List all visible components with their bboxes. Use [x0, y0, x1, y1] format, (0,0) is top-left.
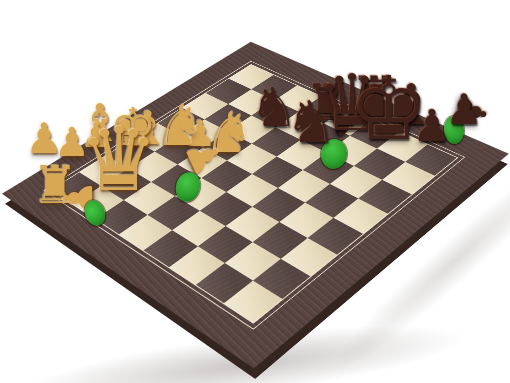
chess-piece-dark-pawn: ♟	[324, 97, 373, 146]
chess-piece-dark-rook: ♜	[302, 78, 352, 128]
chess-piece-dark-knight: ♞	[247, 81, 301, 135]
chess-piece-light-pawn: ♟	[23, 118, 65, 160]
chess-piece-light-pawn: ♟	[52, 122, 92, 162]
chess-piece-light-bishop: ♝	[125, 105, 171, 151]
green-felt-base	[443, 115, 465, 145]
chess-piece-dark-king: ♚	[345, 65, 433, 153]
pieces-layer: ♟♟♜♝♟♚♝♛♟♞♟♞♟♟♞♜♞♛♜♚♝♟♟♟♟	[0, 0, 510, 383]
chess-piece-light-knight: ♞	[152, 98, 208, 154]
chess-set-photo: ♟♟♜♝♟♚♝♛♟♞♟♞♟♟♞♜♞♛♜♚♝♟♟♟♟	[0, 0, 510, 383]
chess-piece-light-bishop: ♝	[74, 97, 126, 149]
green-felt-base	[81, 197, 109, 228]
chess-piece-dark-queen: ♛	[313, 64, 391, 142]
chess-piece-light-king: ♚	[107, 101, 159, 153]
chess-piece-dark-bishop: ♝	[383, 77, 439, 133]
chess-piece-light-pawn: ♟	[79, 118, 113, 152]
chess-piece-dark-rook: ♜	[347, 70, 401, 124]
green-felt-base	[173, 169, 204, 204]
chess-piece-light-queen: ♛	[75, 116, 163, 204]
chess-piece-light-pawn: ♟	[182, 116, 218, 152]
green-felt-base	[319, 137, 349, 170]
chess-piece-light-pawn: ♟	[119, 116, 155, 152]
chess-piece-light-knight: ♞	[201, 105, 257, 161]
chess-piece-light-rook: ♜	[29, 159, 81, 211]
